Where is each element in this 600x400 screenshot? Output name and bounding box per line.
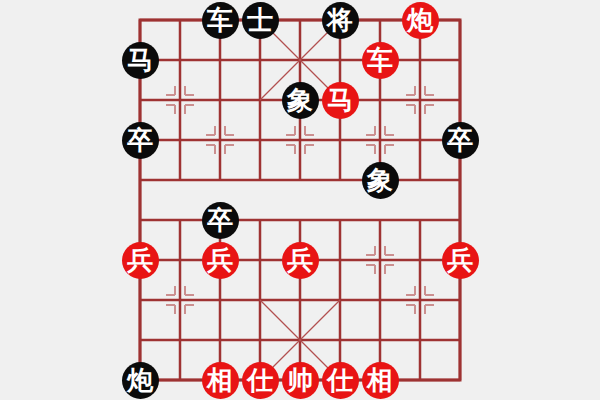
piece-red-soldier[interactable]: 兵	[202, 242, 239, 279]
piece-black-horse[interactable]: 马	[122, 42, 159, 79]
piece-red-advisor[interactable]: 仕	[242, 362, 279, 399]
piece-black-soldier[interactable]: 卒	[442, 122, 479, 159]
pieces-layer: 车士将炮马车象马卒卒象卒兵兵兵兵炮相仕帅仕相	[120, 0, 480, 400]
piece-black-elephant[interactable]: 象	[362, 162, 399, 199]
xiangqi-board: 车士将炮马车象马卒卒象卒兵兵兵兵炮相仕帅仕相	[0, 0, 600, 400]
piece-black-cannon[interactable]: 炮	[122, 362, 159, 399]
piece-red-chariot[interactable]: 车	[362, 42, 399, 79]
piece-red-soldier[interactable]: 兵	[442, 242, 479, 279]
piece-red-soldier[interactable]: 兵	[122, 242, 159, 279]
piece-black-general[interactable]: 将	[322, 2, 359, 39]
piece-black-soldier[interactable]: 卒	[122, 122, 159, 159]
piece-red-general[interactable]: 帅	[282, 362, 319, 399]
piece-black-soldier[interactable]: 卒	[202, 202, 239, 239]
piece-red-elephant[interactable]: 相	[362, 362, 399, 399]
piece-red-soldier[interactable]: 兵	[282, 242, 319, 279]
piece-black-chariot[interactable]: 车	[202, 2, 239, 39]
piece-red-advisor[interactable]: 仕	[322, 362, 359, 399]
piece-black-advisor[interactable]: 士	[242, 2, 279, 39]
piece-black-elephant[interactable]: 象	[282, 82, 319, 119]
piece-red-elephant[interactable]: 相	[202, 362, 239, 399]
piece-red-cannon[interactable]: 炮	[402, 2, 439, 39]
piece-red-horse[interactable]: 马	[322, 82, 359, 119]
